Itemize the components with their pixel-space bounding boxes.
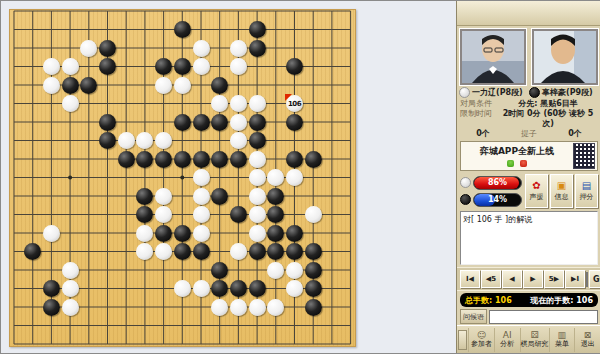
panel-titlebar — [457, 1, 600, 26]
black-stone — [174, 21, 191, 38]
go-board[interactable]: 106 — [9, 9, 356, 347]
white-stone — [230, 299, 247, 316]
time-limit-row: 限制时间 2时间 0分 (60秒 读秒 5次) — [457, 109, 600, 129]
white-stone — [193, 169, 210, 186]
white-stone — [267, 299, 284, 316]
white-stone — [155, 77, 172, 94]
black-stone — [305, 262, 322, 279]
black-winrate-row: 14% — [460, 193, 522, 207]
black-stone — [118, 151, 135, 168]
white-stone — [62, 262, 79, 279]
white-stone — [211, 299, 228, 316]
board-zone: 106 — [1, 1, 456, 353]
button-label: 押分 — [580, 192, 594, 202]
black-stone — [136, 151, 153, 168]
participants-button[interactable]: ☺参加者 — [468, 328, 494, 352]
white-stone — [230, 132, 247, 149]
black-stone — [286, 58, 303, 75]
black-stone — [99, 114, 116, 131]
menu-button[interactable]: ▥菜单 — [549, 328, 575, 352]
white-stone — [193, 40, 210, 57]
button-label: 信息 — [555, 192, 569, 202]
analysis-button[interactable]: AI分析 — [494, 328, 520, 352]
player-names: 一力辽(P8段) 辜梓豪(P9段) — [457, 86, 600, 99]
white-stone — [80, 40, 97, 57]
black-stone — [174, 243, 191, 260]
conditions-value: 分先: 黑贴6目半 — [498, 99, 598, 109]
black-stone — [155, 225, 172, 242]
white-stone — [155, 243, 172, 260]
white-stone — [249, 188, 266, 205]
black-stone — [249, 21, 266, 38]
time-label: 限制时间 — [460, 109, 498, 129]
nav-forward5-button[interactable]: 5▶ — [544, 270, 564, 288]
white-stone — [249, 225, 266, 242]
last-move-stone: 106 — [286, 95, 303, 112]
white-stone — [193, 206, 210, 223]
bet-icon: ▤ — [582, 181, 591, 191]
time-value: 2时间 0分 (60秒 读秒 5次) — [498, 109, 598, 129]
white-stone — [155, 206, 172, 223]
button-label: 声援 — [530, 192, 544, 202]
white-winrate-value: 86% — [474, 177, 521, 189]
white-stone — [193, 188, 210, 205]
android-icon — [507, 160, 514, 167]
black-stone — [155, 58, 172, 75]
black-winrate-bar: 14% — [473, 193, 522, 207]
side-panel: 一力辽(P8段) 辜梓豪(P9段) 对局条件 分先: 黑贴6目半 限制时间 2时… — [456, 1, 600, 353]
black-stone — [99, 132, 116, 149]
white-stone — [286, 262, 303, 279]
black-stone — [230, 206, 247, 223]
toolbar-label: 退出 — [581, 340, 595, 348]
nav-first-button[interactable]: I◀ — [460, 270, 480, 288]
black-stone — [99, 40, 116, 57]
black-stone — [267, 188, 284, 205]
white-stone — [249, 95, 266, 112]
nav-back5-button[interactable]: ◀5 — [481, 270, 501, 288]
player-photos — [457, 26, 600, 86]
info-button[interactable]: ▣信息 — [550, 174, 573, 208]
bottom-toolbar: ☺参加者AI分析⚄棋局研究▥菜单⊠退出 — [457, 325, 600, 353]
white-stone — [305, 206, 322, 223]
white-stone-icon — [460, 177, 471, 188]
white-stone — [62, 58, 79, 75]
nav-back-button[interactable]: ◀ — [502, 270, 522, 288]
black-stone — [211, 77, 228, 94]
black-stone — [211, 262, 228, 279]
nav-last-button[interactable]: ▶I — [565, 270, 585, 288]
black-stone — [230, 280, 247, 297]
white-stone — [230, 58, 247, 75]
white-stone — [62, 280, 79, 297]
black-stone — [249, 243, 266, 260]
white-stone — [62, 299, 79, 316]
commentary-text: 对[ 106 手 ]的解说 — [463, 215, 532, 224]
move-navigation: I◀◀5◀▶5▶▶IGO — [457, 267, 600, 291]
book-icon: ▥ — [558, 331, 567, 340]
research-button[interactable]: ⚄棋局研究 — [520, 328, 549, 352]
current-move: 现在的手数: 106 — [530, 295, 593, 306]
white-stone — [193, 280, 210, 297]
greeting-button[interactable]: 问候语 — [460, 309, 487, 324]
captures-row: 0个 提子 0个 — [457, 129, 600, 139]
black-stone — [174, 114, 191, 131]
white-stone — [230, 243, 247, 260]
white-winrate-bar: 86% — [473, 176, 522, 190]
white-stone — [286, 280, 303, 297]
black-stone — [174, 151, 191, 168]
black-stone — [305, 299, 322, 316]
chat-input[interactable] — [489, 310, 598, 324]
side-buttons: ✿声援▣信息▤押分 — [525, 174, 598, 208]
white-stone — [193, 58, 210, 75]
black-stone — [136, 188, 153, 205]
banner-text: 弈城APP全新上线 — [463, 145, 571, 158]
white-player-name: 一力辽(P8段) — [459, 87, 529, 98]
game-conditions-row: 对局条件 分先: 黑贴6目半 — [457, 99, 600, 109]
black-stone — [249, 132, 266, 149]
white-stone — [174, 280, 191, 297]
move-number-input[interactable] — [586, 272, 588, 287]
move-count-bar: 总手数: 106 现在的手数: 106 — [460, 293, 598, 307]
black-player-name: 辜梓豪(P9段) — [529, 87, 599, 98]
commentary-box[interactable]: 对[ 106 手 ]的解说 — [460, 211, 598, 265]
black-stone — [211, 188, 228, 205]
white-stone — [136, 225, 153, 242]
person-icon: ☺ — [477, 331, 486, 340]
hoshi-point — [180, 176, 184, 180]
conditions-label: 对局条件 — [460, 99, 498, 109]
white-stone — [249, 151, 266, 168]
move-number-label: 106 — [286, 95, 303, 112]
banner-text-block: 弈城APP全新上线 — [463, 145, 571, 167]
total-moves: 总手数: 106 — [465, 295, 512, 306]
black-stone — [286, 243, 303, 260]
toolbar-label: 参加者 — [471, 340, 492, 348]
white-stone — [43, 225, 60, 242]
white-stone — [249, 169, 266, 186]
black-stone — [230, 151, 247, 168]
go-button[interactable]: GO — [589, 270, 600, 288]
white-stone — [267, 262, 284, 279]
exit-icon: ⊠ — [584, 331, 592, 340]
white-player-photo — [460, 29, 526, 85]
toolbar-label: 棋局研究 — [521, 340, 549, 348]
exit-button[interactable]: ⊠退出 — [574, 328, 600, 352]
black-stone — [193, 114, 210, 131]
white-stone-icon — [459, 87, 470, 98]
black-stone — [249, 40, 266, 57]
black-stone — [174, 58, 191, 75]
app-store-icons — [463, 160, 571, 167]
winrate-zone: 86% 14% ✿声援▣信息▤押分 — [457, 173, 600, 209]
white-stone — [118, 132, 135, 149]
app-window: 106 — [0, 0, 600, 354]
white-stone — [249, 299, 266, 316]
white-stone — [62, 95, 79, 112]
black-stone — [80, 77, 97, 94]
white-stone — [155, 188, 172, 205]
black-player-photo — [532, 29, 598, 85]
panel-handle[interactable] — [458, 330, 467, 350]
apple-icon — [520, 160, 527, 167]
black-stone — [43, 280, 60, 297]
winrate-bars: 86% 14% — [460, 174, 522, 208]
black-player-label: 辜梓豪(P9段) — [542, 87, 593, 98]
black-stone — [305, 280, 322, 297]
black-stone — [193, 151, 210, 168]
black-stone — [211, 151, 228, 168]
bet-button[interactable]: ▤押分 — [575, 174, 598, 208]
dice-icon: ⚄ — [531, 331, 539, 340]
black-stone — [305, 243, 322, 260]
black-captures-count: 0个 — [552, 129, 598, 139]
white-player-label: 一力辽(P8段) — [472, 87, 523, 98]
white-stone — [193, 225, 210, 242]
toolbar-label: 分析 — [500, 340, 514, 348]
app-banner[interactable]: 弈城APP全新上线 — [460, 141, 598, 171]
black-stone — [249, 280, 266, 297]
black-stone — [99, 58, 116, 75]
white-stone — [43, 58, 60, 75]
white-stone — [174, 77, 191, 94]
black-stone-icon — [529, 87, 540, 98]
cam-icon: ▣ — [557, 181, 566, 191]
black-stone — [211, 114, 228, 131]
black-stone — [286, 225, 303, 242]
black-stone — [305, 151, 322, 168]
qr-code — [573, 143, 595, 169]
black-stone — [62, 77, 79, 94]
nav-forward-button[interactable]: ▶ — [523, 270, 543, 288]
black-stone — [174, 225, 191, 242]
white-stone — [230, 95, 247, 112]
cheer-button[interactable]: ✿声援 — [525, 174, 548, 208]
black-stone-icon — [460, 194, 471, 205]
rose-icon: ✿ — [532, 181, 540, 191]
black-stone — [193, 243, 210, 260]
black-stone — [249, 114, 266, 131]
captures-label: 提子 — [506, 129, 552, 139]
chat-row: 问候语 — [457, 308, 600, 325]
hoshi-point — [68, 176, 72, 180]
white-winrate-row: 86% — [460, 176, 522, 190]
black-stone — [286, 114, 303, 131]
black-stone — [155, 151, 172, 168]
black-winrate-value: 14% — [474, 194, 521, 206]
black-stone — [267, 225, 284, 242]
white-stone — [230, 114, 247, 131]
white-stone — [43, 77, 60, 94]
white-stone — [249, 206, 266, 223]
white-stone — [286, 169, 303, 186]
white-captures-count: 0个 — [460, 129, 506, 139]
black-stone — [43, 299, 60, 316]
white-stone — [155, 132, 172, 149]
black-stone — [286, 151, 303, 168]
white-stone — [230, 40, 247, 57]
ai-icon: AI — [503, 331, 512, 340]
toolbar-label: 菜单 — [555, 340, 569, 348]
